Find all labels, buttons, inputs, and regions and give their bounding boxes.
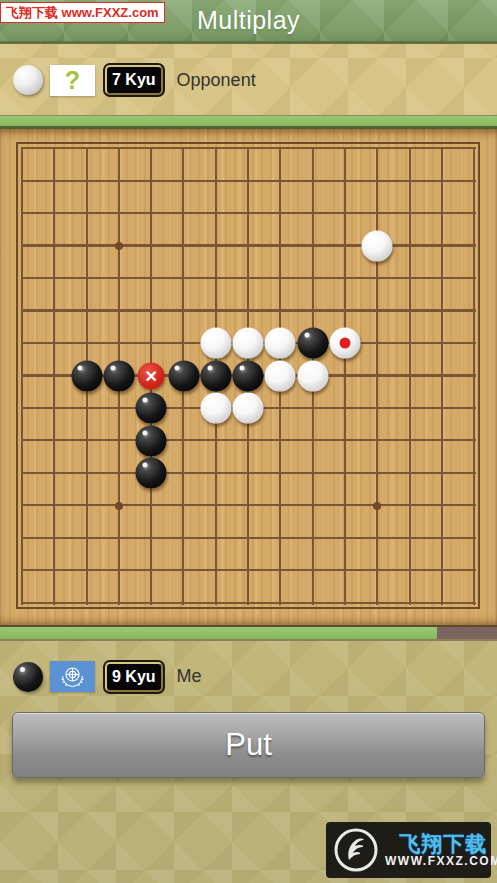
- white-stone: [265, 328, 296, 359]
- forbidden-move-marker: ✕: [138, 362, 165, 389]
- white-stone: [200, 393, 231, 424]
- watermark-top-left: 飞翔下载 www.FXXZ.com: [0, 2, 165, 23]
- fxxz-watermark-chinese: 飞翔下载: [399, 833, 487, 855]
- my-stone-avatar: [13, 662, 43, 692]
- white-stone: [233, 393, 264, 424]
- black-stone: [233, 360, 264, 391]
- white-stone: [265, 360, 296, 391]
- question-mark-icon: ?: [65, 68, 80, 93]
- my-name: Me: [177, 666, 202, 687]
- black-stone: [136, 458, 167, 489]
- last-move-marker: [340, 338, 351, 349]
- opponent-time-bar: [0, 115, 497, 129]
- fxxz-logo-icon: [333, 827, 379, 873]
- stones-layer: ✕: [21, 147, 476, 605]
- white-stone: [297, 360, 328, 391]
- un-emblem: [50, 661, 95, 692]
- united-nations-flag-icon: [50, 661, 95, 692]
- my-rank-badge: 9 Kyu: [105, 662, 163, 692]
- star-point: [115, 242, 123, 250]
- gomoku-board[interactable]: ✕: [0, 129, 497, 625]
- opponent-flag-unknown: ?: [50, 65, 95, 96]
- white-stone: [362, 230, 393, 261]
- opponent-time-fill: [0, 116, 497, 126]
- white-stone: [233, 328, 264, 359]
- black-stone: [71, 360, 102, 391]
- fxxz-watermark-url: WWW.FXXZ.COM: [385, 855, 497, 868]
- opponent-stone-avatar: [13, 65, 43, 95]
- black-stone: [200, 360, 231, 391]
- my-time-bar: [0, 625, 497, 641]
- page-title: Multiplay: [197, 6, 300, 35]
- fxxz-watermark-text: 飞翔下载 WWW.FXXZ.COM: [385, 833, 497, 868]
- black-stone: [136, 393, 167, 424]
- white-stone: [200, 328, 231, 359]
- black-stone: [168, 360, 199, 391]
- opponent-name: Opponent: [177, 70, 256, 91]
- black-stone: [136, 425, 167, 456]
- black-stone: [103, 360, 134, 391]
- my-panel: 9 Kyu Me: [0, 641, 497, 712]
- put-button-label: Put: [225, 727, 272, 763]
- star-point: [115, 502, 123, 510]
- star-point: [373, 502, 381, 510]
- black-stone: [297, 328, 328, 359]
- opponent-panel: ? 7 Kyu Opponent: [0, 44, 497, 116]
- app-screen: Multiplay 飞翔下载 www.FXXZ.com ? 7 Kyu Oppo…: [0, 0, 497, 883]
- my-time-fill: [0, 627, 437, 639]
- watermark-bottom-right: 飞翔下载 WWW.FXXZ.COM: [326, 822, 491, 878]
- put-button[interactable]: Put: [12, 712, 485, 778]
- opponent-rank-badge: 7 Kyu: [105, 65, 163, 95]
